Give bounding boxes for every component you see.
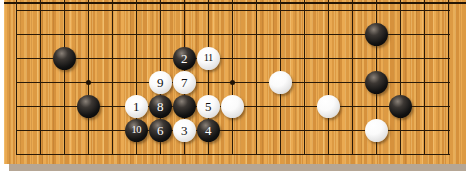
grid-col-line-17 <box>400 0 402 155</box>
grid-col-line-18 <box>424 0 426 155</box>
move-number-label: 10 <box>132 125 142 136</box>
move-number-label: 8 <box>157 100 164 113</box>
stone-r3[interactable] <box>389 95 412 118</box>
move-number-label: 3 <box>181 124 188 137</box>
board-top-crop-line <box>4 2 466 4</box>
go-diagram-page: 2119718510634 <box>0 0 466 173</box>
move-number-label: 9 <box>157 76 164 89</box>
stone-d3[interactable] <box>77 95 100 118</box>
move-number-label: 1 <box>133 100 140 113</box>
move-number-label: 4 <box>205 124 212 137</box>
stone-g2[interactable]: 6 <box>149 119 172 142</box>
stone-c5[interactable] <box>53 47 76 70</box>
grid-row-line-3 <box>16 58 450 60</box>
stone-j5[interactable]: 11 <box>197 47 220 70</box>
star-point <box>86 80 91 85</box>
grid-col-line-19 <box>448 0 450 155</box>
grid-col-line-15 <box>352 0 354 155</box>
stone-m4[interactable] <box>269 71 292 94</box>
stone-h5[interactable]: 2 <box>173 47 196 70</box>
stone-o3[interactable] <box>317 95 340 118</box>
grid-col-line-4 <box>88 0 90 155</box>
stone-q6[interactable] <box>365 23 388 46</box>
grid-col-line-14 <box>328 0 330 155</box>
move-number-label: 11 <box>204 53 213 64</box>
stone-f3[interactable]: 1 <box>125 95 148 118</box>
grid-col-line-10 <box>232 0 234 155</box>
grid-col-line-3 <box>64 0 66 155</box>
stone-q4[interactable] <box>365 71 388 94</box>
star-point <box>230 80 235 85</box>
stone-j2[interactable]: 4 <box>197 119 220 142</box>
move-number-label: 6 <box>157 124 164 137</box>
stone-g4[interactable]: 9 <box>149 71 172 94</box>
board-shadow <box>9 164 466 171</box>
move-number-label: 7 <box>181 76 188 89</box>
grid-col-line-2 <box>40 0 42 155</box>
stone-g3[interactable]: 8 <box>149 95 172 118</box>
stone-j3[interactable]: 5 <box>197 95 220 118</box>
stone-h4[interactable]: 7 <box>173 71 196 94</box>
stone-f2[interactable]: 10 <box>125 119 148 142</box>
stone-h2[interactable]: 3 <box>173 119 196 142</box>
go-board[interactable]: 2119718510634 <box>4 0 466 164</box>
stone-q2[interactable] <box>365 119 388 142</box>
stone-h3[interactable] <box>173 95 196 118</box>
move-number-label: 5 <box>205 100 212 113</box>
grid-col-line-1 <box>16 0 18 155</box>
grid-col-line-13 <box>304 0 306 155</box>
grid-col-line-11 <box>256 0 258 155</box>
move-number-label: 2 <box>181 52 188 65</box>
grid-row-line-1 <box>16 10 450 12</box>
grid-col-line-5 <box>112 0 114 155</box>
stone-k3[interactable] <box>221 95 244 118</box>
grid-row-line-7 <box>16 154 450 156</box>
